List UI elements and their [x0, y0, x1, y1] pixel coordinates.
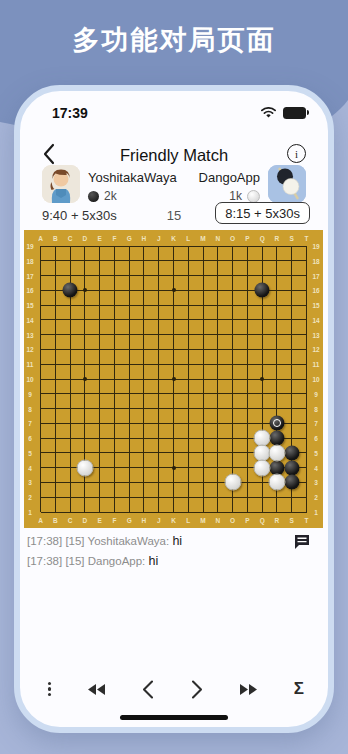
stone-white	[76, 459, 93, 476]
chat-message: [17:38] [15] YoshitakaWaya: hi	[27, 534, 182, 548]
status-icons	[260, 107, 306, 119]
last-move-marker	[273, 419, 281, 427]
board-row-label: 15	[26, 302, 33, 309]
board-column-label: S	[290, 235, 294, 242]
star-point	[260, 377, 264, 381]
stone-black	[284, 460, 299, 475]
board-row-label: 18	[26, 257, 33, 264]
board-column-label: G	[127, 517, 132, 524]
board-row-label: 11	[313, 361, 320, 368]
board-row-label: 11	[27, 361, 34, 368]
board-column-label: R	[275, 517, 280, 524]
board-column-label: C	[68, 235, 73, 242]
board-row-label: 15	[312, 302, 319, 309]
board-row-label: 7	[314, 420, 318, 427]
grid-line	[41, 423, 307, 424]
board-column-label: R	[275, 235, 280, 242]
board-row-label: 2	[28, 494, 32, 501]
star-point	[172, 288, 176, 292]
wifi-icon	[260, 107, 277, 119]
page-title: 多功能对局页面	[0, 22, 348, 58]
match-title: Friendly Match	[20, 146, 328, 165]
rewind-button[interactable]	[87, 683, 106, 696]
star-point	[83, 377, 87, 381]
board-column-label: G	[127, 235, 132, 242]
board-row-label: 19	[26, 243, 33, 250]
white-stone-icon	[247, 190, 260, 203]
board-row-label: 19	[312, 243, 319, 250]
stone-black	[255, 283, 270, 298]
game-toolbar: Σ	[20, 674, 328, 704]
board-row-label: 12	[26, 346, 33, 353]
board-column-label: K	[171, 235, 176, 242]
grid-line	[41, 393, 307, 394]
stone-black	[63, 283, 78, 298]
board-column-label: Q	[260, 517, 265, 524]
board-column-label: K	[171, 517, 176, 524]
board-column-label: B	[53, 517, 58, 524]
board-row-label: 5	[28, 449, 32, 456]
board-column-label: H	[142, 517, 147, 524]
chat-icon[interactable]	[294, 534, 310, 549]
board-row-label: 5	[314, 449, 318, 456]
score-estimate-button[interactable]: Σ	[294, 679, 304, 699]
grid-line	[41, 408, 307, 409]
board-row-label: 13	[26, 331, 33, 338]
stone-white	[268, 474, 285, 491]
grid-line	[217, 246, 218, 512]
grid-line	[232, 246, 233, 512]
board-row-label: 7	[28, 420, 32, 427]
board-row-label: 2	[314, 494, 318, 501]
board-row-label: 4	[28, 464, 32, 471]
white-clock-active: 8:15 + 5x30s	[215, 202, 310, 224]
board-row-label: 13	[312, 331, 319, 338]
grid-line	[203, 246, 204, 512]
board-column-label: P	[245, 517, 249, 524]
grid-line	[247, 246, 248, 512]
white-player-name: DangoApp	[199, 170, 260, 185]
board-row-label: 10	[312, 376, 319, 383]
board-column-label: B	[53, 235, 58, 242]
board-row-label: 6	[314, 435, 318, 442]
board-row-label: 6	[28, 435, 32, 442]
stone-white	[268, 444, 285, 461]
stone-white	[254, 459, 271, 476]
avatar-black-player[interactable]	[42, 165, 80, 203]
board-row-label: 9	[314, 390, 318, 397]
grid-line	[41, 497, 307, 498]
board-row-label: 4	[314, 464, 318, 471]
star-point	[83, 288, 87, 292]
board-row-label: 12	[312, 346, 319, 353]
dango-illustration	[268, 165, 306, 203]
grid-line	[306, 246, 307, 512]
board-column-label: F	[112, 517, 116, 524]
board-column-label: D	[82, 517, 87, 524]
board-column-label: E	[97, 517, 101, 524]
grid-line	[41, 512, 307, 513]
star-point	[172, 377, 176, 381]
board-column-label: A	[38, 235, 43, 242]
board-row-label: 1	[314, 509, 318, 516]
board-column-label: M	[200, 235, 205, 242]
board-row-label: 8	[314, 405, 318, 412]
board-row-label: 8	[28, 405, 32, 412]
board-row-label: 3	[28, 479, 32, 486]
board-column-label: P	[245, 235, 249, 242]
battery-icon	[283, 107, 306, 119]
board-row-label: 9	[28, 390, 32, 397]
avatar-black-illustration	[42, 165, 80, 203]
grid-line	[188, 246, 189, 512]
go-board[interactable]: AA1919BB1818CC1717DD1616EE1515FF1414GG13…	[24, 230, 323, 528]
status-time: 17:39	[52, 105, 88, 121]
info-button[interactable]: i	[287, 144, 306, 163]
board-column-label: T	[305, 517, 309, 524]
avatar-white-player[interactable]	[268, 165, 306, 203]
board-column-label: S	[290, 517, 294, 524]
board-row-label: 3	[314, 479, 318, 486]
board-column-label: L	[186, 517, 190, 524]
white-player-rank: 1k	[229, 189, 260, 203]
home-indicator[interactable]	[120, 715, 228, 720]
board-column-label: H	[142, 235, 147, 242]
grid-line	[41, 482, 307, 483]
board-row-label: 16	[312, 287, 319, 294]
stone-white	[224, 474, 241, 491]
stone-black	[269, 431, 284, 446]
stone-black	[284, 445, 299, 460]
board-column-label: L	[186, 235, 190, 242]
stone-black	[284, 475, 299, 490]
board-column-label: D	[82, 235, 87, 242]
chat-message: [17:38] [15] DangoApp: hi	[27, 554, 158, 568]
phone-mockup: 17:39 Friendly Match i	[14, 85, 334, 733]
menu-button[interactable]	[48, 682, 51, 697]
star-point	[172, 466, 176, 470]
board-column-label: N	[215, 517, 220, 524]
board-column-label: M	[200, 517, 205, 524]
board-column-label: Q	[260, 235, 265, 242]
board-row-label: 18	[312, 257, 319, 264]
stone-black	[269, 460, 284, 475]
board-row-label: 14	[312, 316, 319, 323]
board-row-label: 17	[26, 272, 33, 279]
previous-move-button[interactable]	[142, 680, 154, 699]
board-column-label: O	[230, 235, 235, 242]
board-row-label: 16	[26, 287, 33, 294]
board-row-label: 1	[28, 509, 32, 516]
board-row-label: 14	[26, 316, 33, 323]
board-column-label: A	[38, 517, 43, 524]
board-column-label: T	[305, 235, 309, 242]
next-move-button[interactable]	[191, 680, 203, 699]
black-player-name: YoshitakaWaya	[88, 170, 177, 185]
board-column-label: N	[215, 235, 220, 242]
board-column-label: E	[97, 235, 101, 242]
black-player-rank: 2k	[88, 189, 117, 203]
board-row-label: 17	[312, 272, 319, 279]
board-column-label: J	[157, 235, 161, 242]
app-screen: 17:39 Friendly Match i	[20, 91, 328, 727]
board-column-label: F	[112, 235, 116, 242]
board-column-label: O	[230, 517, 235, 524]
fast-forward-button[interactable]	[239, 683, 258, 696]
board-column-label: J	[157, 517, 161, 524]
board-column-label: C	[68, 517, 73, 524]
board-row-label: 10	[26, 376, 33, 383]
black-stone-icon	[88, 191, 99, 202]
